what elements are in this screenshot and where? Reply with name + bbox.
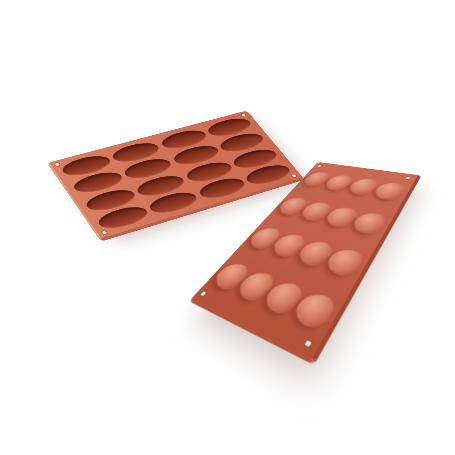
product-photo-stage [0,0,455,455]
